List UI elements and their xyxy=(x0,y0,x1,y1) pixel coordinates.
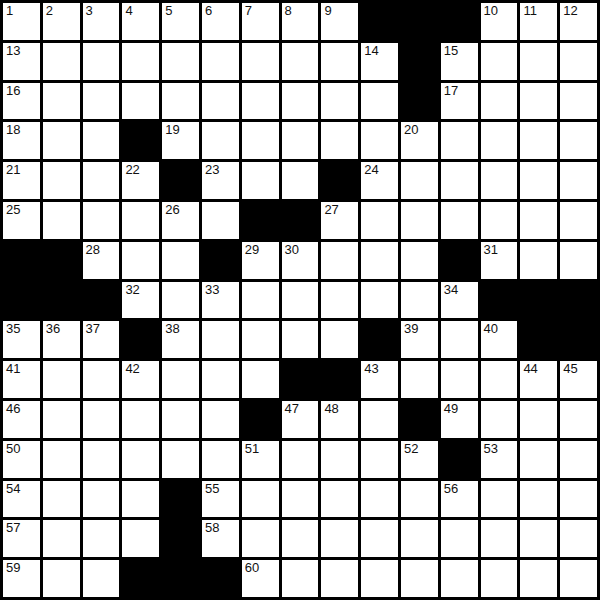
letter-cell-r0c3[interactable]: 4 xyxy=(122,3,159,40)
clue-number: 50 xyxy=(6,441,20,457)
clue-number: 52 xyxy=(404,441,418,457)
letter-cell-r10c1[interactable] xyxy=(43,401,80,438)
letter-cell-r9c14[interactable]: 45 xyxy=(560,361,597,398)
clue-number: 46 xyxy=(6,401,20,417)
clue-number: 7 xyxy=(245,3,252,19)
block-cell-r10c6 xyxy=(242,401,279,438)
clue-number: 15 xyxy=(444,43,458,59)
letter-cell-r9c2[interactable] xyxy=(83,361,120,398)
letter-cell-r13c14[interactable] xyxy=(560,520,597,557)
letter-cell-r1c9[interactable]: 14 xyxy=(361,43,398,80)
letter-cell-r4c11[interactable] xyxy=(441,162,478,199)
clue-number: 33 xyxy=(205,282,219,298)
letter-cell-r14c6[interactable]: 60 xyxy=(242,560,279,597)
clue-number: 20 xyxy=(404,122,418,138)
clue-number: 58 xyxy=(205,520,219,536)
clue-number: 40 xyxy=(484,321,498,337)
clue-number: 47 xyxy=(285,401,299,417)
letter-cell-r3c9[interactable] xyxy=(361,122,398,159)
letter-cell-r2c13[interactable] xyxy=(520,83,557,120)
letter-cell-r11c5[interactable] xyxy=(202,441,239,478)
block-cell-r12c4 xyxy=(162,481,199,518)
clue-number: 24 xyxy=(364,162,378,178)
clue-number: 10 xyxy=(484,3,498,19)
letter-cell-r7c4[interactable] xyxy=(162,282,199,319)
clue-number: 57 xyxy=(6,520,20,536)
block-cell-r13c4 xyxy=(162,520,199,557)
letter-cell-r14c9[interactable] xyxy=(361,560,398,597)
letter-cell-r2c7[interactable] xyxy=(282,83,319,120)
block-cell-r9c7 xyxy=(282,361,319,398)
clue-number: 41 xyxy=(6,361,20,377)
letter-cell-r7c7[interactable] xyxy=(282,282,319,319)
letter-cell-r1c13[interactable] xyxy=(520,43,557,80)
letter-cell-r13c5[interactable]: 58 xyxy=(202,520,239,557)
clue-number: 19 xyxy=(165,122,179,138)
letter-cell-r7c10[interactable] xyxy=(401,282,438,319)
letter-cell-r5c14[interactable] xyxy=(560,202,597,239)
block-cell-r7c14 xyxy=(560,282,597,319)
clue-number: 23 xyxy=(205,162,219,178)
letter-cell-r4c0[interactable]: 21 xyxy=(3,162,40,199)
clue-number: 30 xyxy=(285,242,299,258)
letter-cell-r14c12[interactable] xyxy=(481,560,518,597)
letter-cell-r3c12[interactable] xyxy=(481,122,518,159)
letter-cell-r3c11[interactable] xyxy=(441,122,478,159)
letter-cell-r13c6[interactable] xyxy=(242,520,279,557)
letter-cell-r14c10[interactable] xyxy=(401,560,438,597)
letter-cell-r10c11[interactable]: 49 xyxy=(441,401,478,438)
clue-number: 18 xyxy=(6,122,20,138)
letter-cell-r13c10[interactable] xyxy=(401,520,438,557)
letter-cell-r7c9[interactable] xyxy=(361,282,398,319)
letter-cell-r11c2[interactable] xyxy=(83,441,120,478)
letter-cell-r11c10[interactable]: 52 xyxy=(401,441,438,478)
letter-cell-r1c8[interactable] xyxy=(321,43,358,80)
letter-cell-r6c8[interactable] xyxy=(321,242,358,279)
letter-cell-r4c5[interactable]: 23 xyxy=(202,162,239,199)
letter-cell-r14c7[interactable] xyxy=(282,560,319,597)
block-cell-r8c3 xyxy=(122,321,159,358)
clue-number: 53 xyxy=(484,441,498,457)
letter-cell-r11c12[interactable]: 53 xyxy=(481,441,518,478)
letter-cell-r7c6[interactable] xyxy=(242,282,279,319)
block-cell-r7c13 xyxy=(520,282,557,319)
letter-cell-r0c13[interactable]: 11 xyxy=(520,3,557,40)
letter-cell-r10c13[interactable] xyxy=(520,401,557,438)
letter-cell-r10c3[interactable] xyxy=(122,401,159,438)
clue-number: 16 xyxy=(6,83,20,99)
letter-cell-r14c8[interactable] xyxy=(321,560,358,597)
letter-cell-r4c10[interactable] xyxy=(401,162,438,199)
letter-cell-r11c14[interactable] xyxy=(560,441,597,478)
letter-cell-r0c0[interactable]: 1 xyxy=(3,3,40,40)
block-cell-r10c10 xyxy=(401,401,438,438)
letter-cell-r2c9[interactable] xyxy=(361,83,398,120)
letter-cell-r13c1[interactable] xyxy=(43,520,80,557)
letter-cell-r8c0[interactable]: 35 xyxy=(3,321,40,358)
letter-cell-r6c2[interactable]: 28 xyxy=(83,242,120,279)
letter-cell-r12c12[interactable] xyxy=(481,481,518,518)
letter-cell-r4c2[interactable] xyxy=(83,162,120,199)
clue-number: 11 xyxy=(523,3,537,19)
letter-cell-r0c12[interactable]: 10 xyxy=(481,3,518,40)
letter-cell-r1c2[interactable] xyxy=(83,43,120,80)
letter-cell-r2c14[interactable] xyxy=(560,83,597,120)
letter-cell-r12c6[interactable] xyxy=(242,481,279,518)
letter-cell-r4c6[interactable] xyxy=(242,162,279,199)
letter-cell-r10c0[interactable]: 46 xyxy=(3,401,40,438)
letter-cell-r10c9[interactable] xyxy=(361,401,398,438)
letter-cell-r12c3[interactable] xyxy=(122,481,159,518)
letter-cell-r11c6[interactable]: 51 xyxy=(242,441,279,478)
letter-cell-r6c7[interactable]: 30 xyxy=(282,242,319,279)
letter-cell-r6c12[interactable]: 31 xyxy=(481,242,518,279)
letter-cell-r5c10[interactable] xyxy=(401,202,438,239)
block-cell-r8c9 xyxy=(361,321,398,358)
letter-cell-r8c4[interactable]: 38 xyxy=(162,321,199,358)
letter-cell-r9c11[interactable] xyxy=(441,361,478,398)
clue-number: 32 xyxy=(125,282,139,298)
letter-cell-r2c3[interactable] xyxy=(122,83,159,120)
letter-cell-r8c1[interactable]: 36 xyxy=(43,321,80,358)
clue-number: 38 xyxy=(165,321,179,337)
block-cell-r7c2 xyxy=(83,282,120,319)
block-cell-r5c7 xyxy=(282,202,319,239)
letter-cell-r14c2[interactable] xyxy=(83,560,120,597)
clue-number: 36 xyxy=(46,321,60,337)
block-cell-r7c12 xyxy=(481,282,518,319)
letter-cell-r3c5[interactable] xyxy=(202,122,239,159)
clue-number: 34 xyxy=(444,282,458,298)
letter-cell-r3c6[interactable] xyxy=(242,122,279,159)
letter-cell-r6c10[interactable] xyxy=(401,242,438,279)
clue-number: 27 xyxy=(324,202,338,218)
letter-cell-r2c6[interactable] xyxy=(242,83,279,120)
letter-cell-r9c10[interactable] xyxy=(401,361,438,398)
block-cell-r4c4 xyxy=(162,162,199,199)
letter-cell-r12c8[interactable] xyxy=(321,481,358,518)
letter-cell-r6c13[interactable] xyxy=(520,242,557,279)
clue-number: 5 xyxy=(165,3,172,19)
letter-cell-r3c14[interactable] xyxy=(560,122,597,159)
letter-cell-r14c13[interactable] xyxy=(520,560,557,597)
clue-number: 28 xyxy=(86,242,100,258)
block-cell-r0c10 xyxy=(401,3,438,40)
block-cell-r4c8 xyxy=(321,162,358,199)
letter-cell-r7c8[interactable] xyxy=(321,282,358,319)
letter-cell-r6c3[interactable] xyxy=(122,242,159,279)
letter-cell-r5c11[interactable] xyxy=(441,202,478,239)
letter-cell-r2c4[interactable] xyxy=(162,83,199,120)
block-cell-r7c0 xyxy=(3,282,40,319)
letter-cell-r4c14[interactable] xyxy=(560,162,597,199)
letter-cell-r8c2[interactable]: 37 xyxy=(83,321,120,358)
letter-cell-r1c12[interactable] xyxy=(481,43,518,80)
clue-number: 48 xyxy=(324,401,338,417)
letter-cell-r8c6[interactable] xyxy=(242,321,279,358)
letter-cell-r10c8[interactable]: 48 xyxy=(321,401,358,438)
letter-cell-r12c7[interactable] xyxy=(282,481,319,518)
clue-number: 3 xyxy=(86,3,93,19)
letter-cell-r0c1[interactable]: 2 xyxy=(43,3,80,40)
block-cell-r9c8 xyxy=(321,361,358,398)
letter-cell-r11c1[interactable] xyxy=(43,441,80,478)
letter-cell-r2c5[interactable] xyxy=(202,83,239,120)
clue-number: 35 xyxy=(6,321,20,337)
letter-cell-r13c0[interactable]: 57 xyxy=(3,520,40,557)
letter-cell-r9c12[interactable] xyxy=(481,361,518,398)
block-cell-r6c11 xyxy=(441,242,478,279)
letter-cell-r9c4[interactable] xyxy=(162,361,199,398)
letter-cell-r8c7[interactable] xyxy=(282,321,319,358)
clue-number: 22 xyxy=(125,162,139,178)
letter-cell-r3c8[interactable] xyxy=(321,122,358,159)
letter-cell-r10c12[interactable] xyxy=(481,401,518,438)
letter-cell-r9c1[interactable] xyxy=(43,361,80,398)
letter-cell-r1c6[interactable] xyxy=(242,43,279,80)
letter-cell-r6c14[interactable] xyxy=(560,242,597,279)
letter-cell-r11c0[interactable]: 50 xyxy=(3,441,40,478)
letter-cell-r1c14[interactable] xyxy=(560,43,597,80)
letter-cell-r7c3[interactable]: 32 xyxy=(122,282,159,319)
letter-cell-r11c9[interactable] xyxy=(361,441,398,478)
block-cell-r14c4 xyxy=(162,560,199,597)
letter-cell-r1c4[interactable] xyxy=(162,43,199,80)
letter-cell-r5c4[interactable]: 26 xyxy=(162,202,199,239)
letter-cell-r11c7[interactable] xyxy=(282,441,319,478)
block-cell-r7c1 xyxy=(43,282,80,319)
clue-number: 4 xyxy=(125,3,132,19)
clue-number: 1 xyxy=(6,3,13,19)
clue-number: 8 xyxy=(285,3,292,19)
letter-cell-r8c11[interactable] xyxy=(441,321,478,358)
letter-cell-r11c13[interactable] xyxy=(520,441,557,478)
clue-number: 6 xyxy=(205,3,212,19)
letter-cell-r5c3[interactable] xyxy=(122,202,159,239)
letter-cell-r9c13[interactable]: 44 xyxy=(520,361,557,398)
letter-cell-r12c10[interactable] xyxy=(401,481,438,518)
letter-cell-r13c3[interactable] xyxy=(122,520,159,557)
letter-cell-r0c7[interactable]: 8 xyxy=(282,3,319,40)
block-cell-r14c5 xyxy=(202,560,239,597)
letter-cell-r9c0[interactable]: 41 xyxy=(3,361,40,398)
letter-cell-r14c11[interactable] xyxy=(441,560,478,597)
clue-number: 55 xyxy=(205,481,219,497)
clue-number: 49 xyxy=(444,401,458,417)
block-cell-r0c9 xyxy=(361,3,398,40)
letter-cell-r12c2[interactable] xyxy=(83,481,120,518)
clue-number: 14 xyxy=(364,43,378,59)
letter-cell-r10c2[interactable] xyxy=(83,401,120,438)
clue-number: 13 xyxy=(6,43,20,59)
clue-number: 44 xyxy=(523,361,537,377)
letter-cell-r12c0[interactable]: 54 xyxy=(3,481,40,518)
letter-cell-r6c4[interactable] xyxy=(162,242,199,279)
letter-cell-r10c4[interactable] xyxy=(162,401,199,438)
letter-cell-r5c1[interactable] xyxy=(43,202,80,239)
letter-cell-r1c3[interactable] xyxy=(122,43,159,80)
letter-cell-r2c0[interactable]: 16 xyxy=(3,83,40,120)
clue-number: 42 xyxy=(125,361,139,377)
letter-cell-r12c13[interactable] xyxy=(520,481,557,518)
letter-cell-r13c13[interactable] xyxy=(520,520,557,557)
letter-cell-r5c13[interactable] xyxy=(520,202,557,239)
clue-number: 31 xyxy=(484,242,498,258)
clue-number: 59 xyxy=(6,560,20,576)
letter-cell-r12c9[interactable] xyxy=(361,481,398,518)
letter-cell-r14c14[interactable] xyxy=(560,560,597,597)
letter-cell-r4c7[interactable] xyxy=(282,162,319,199)
letter-cell-r3c7[interactable] xyxy=(282,122,319,159)
letter-cell-r7c5[interactable]: 33 xyxy=(202,282,239,319)
letter-cell-r4c13[interactable] xyxy=(520,162,557,199)
clue-number: 45 xyxy=(563,361,577,377)
letter-cell-r8c5[interactable] xyxy=(202,321,239,358)
letter-cell-r7c11[interactable]: 34 xyxy=(441,282,478,319)
letter-cell-r12c5[interactable]: 55 xyxy=(202,481,239,518)
letter-cell-r6c6[interactable]: 29 xyxy=(242,242,279,279)
letter-cell-r12c14[interactable] xyxy=(560,481,597,518)
letter-cell-r3c0[interactable]: 18 xyxy=(3,122,40,159)
letter-cell-r4c12[interactable] xyxy=(481,162,518,199)
clue-number: 25 xyxy=(6,202,20,218)
letter-cell-r3c13[interactable] xyxy=(520,122,557,159)
letter-cell-r9c6[interactable] xyxy=(242,361,279,398)
letter-cell-r4c1[interactable] xyxy=(43,162,80,199)
letter-cell-r13c11[interactable] xyxy=(441,520,478,557)
letter-cell-r6c9[interactable] xyxy=(361,242,398,279)
block-cell-r2c10 xyxy=(401,83,438,120)
block-cell-r3c3 xyxy=(122,122,159,159)
block-cell-r14c3 xyxy=(122,560,159,597)
letter-cell-r0c2[interactable]: 3 xyxy=(83,3,120,40)
letter-cell-r1c11[interactable]: 15 xyxy=(441,43,478,80)
letter-cell-r12c1[interactable] xyxy=(43,481,80,518)
letter-cell-r13c8[interactable] xyxy=(321,520,358,557)
clue-number: 43 xyxy=(364,361,378,377)
letter-cell-r1c5[interactable] xyxy=(202,43,239,80)
letter-cell-r13c12[interactable] xyxy=(481,520,518,557)
letter-cell-r1c0[interactable]: 13 xyxy=(3,43,40,80)
clue-number: 56 xyxy=(444,481,458,497)
letter-cell-r3c2[interactable] xyxy=(83,122,120,159)
block-cell-r6c5 xyxy=(202,242,239,279)
block-cell-r8c14 xyxy=(560,321,597,358)
letter-cell-r10c14[interactable] xyxy=(560,401,597,438)
letter-cell-r10c5[interactable] xyxy=(202,401,239,438)
block-cell-r6c0 xyxy=(3,242,40,279)
letter-cell-r0c6[interactable]: 7 xyxy=(242,3,279,40)
letter-cell-r9c3[interactable]: 42 xyxy=(122,361,159,398)
letter-cell-r2c12[interactable] xyxy=(481,83,518,120)
clue-number: 17 xyxy=(444,83,458,99)
clue-number: 39 xyxy=(404,321,418,337)
letter-cell-r13c2[interactable] xyxy=(83,520,120,557)
letter-cell-r5c8[interactable]: 27 xyxy=(321,202,358,239)
letter-cell-r0c8[interactable]: 9 xyxy=(321,3,358,40)
letter-cell-r8c12[interactable]: 40 xyxy=(481,321,518,358)
letter-cell-r0c4[interactable]: 5 xyxy=(162,3,199,40)
letter-cell-r0c14[interactable]: 12 xyxy=(560,3,597,40)
clue-number: 26 xyxy=(165,202,179,218)
block-cell-r5c6 xyxy=(242,202,279,239)
letter-cell-r1c1[interactable] xyxy=(43,43,80,80)
letter-cell-r12c11[interactable]: 56 xyxy=(441,481,478,518)
letter-cell-r11c3[interactable] xyxy=(122,441,159,478)
letter-cell-r5c9[interactable] xyxy=(361,202,398,239)
letter-cell-r3c1[interactable] xyxy=(43,122,80,159)
letter-cell-r4c3[interactable]: 22 xyxy=(122,162,159,199)
clue-number: 12 xyxy=(563,3,577,19)
letter-cell-r2c8[interactable] xyxy=(321,83,358,120)
clue-number: 54 xyxy=(6,481,20,497)
letter-cell-r5c5[interactable] xyxy=(202,202,239,239)
block-cell-r1c10 xyxy=(401,43,438,80)
clue-number: 21 xyxy=(6,162,20,178)
clue-number: 2 xyxy=(46,3,53,19)
letter-cell-r3c10[interactable]: 20 xyxy=(401,122,438,159)
clue-number: 29 xyxy=(245,242,259,258)
letter-cell-r14c0[interactable]: 59 xyxy=(3,560,40,597)
letter-cell-r13c9[interactable] xyxy=(361,520,398,557)
letter-cell-r10c7[interactable]: 47 xyxy=(282,401,319,438)
crossword-board: 1234567891011121314151617181920212223242… xyxy=(0,0,600,600)
letter-cell-r14c1[interactable] xyxy=(43,560,80,597)
letter-cell-r2c11[interactable]: 17 xyxy=(441,83,478,120)
clue-number: 9 xyxy=(324,3,331,19)
letter-cell-r11c4[interactable] xyxy=(162,441,199,478)
block-cell-r11c11 xyxy=(441,441,478,478)
letter-cell-r5c0[interactable]: 25 xyxy=(3,202,40,239)
letter-cell-r5c2[interactable] xyxy=(83,202,120,239)
letter-cell-r9c5[interactable] xyxy=(202,361,239,398)
letter-cell-r11c8[interactable] xyxy=(321,441,358,478)
letter-cell-r2c1[interactable] xyxy=(43,83,80,120)
letter-cell-r3c4[interactable]: 19 xyxy=(162,122,199,159)
letter-cell-r9c9[interactable]: 43 xyxy=(361,361,398,398)
letter-cell-r8c10[interactable]: 39 xyxy=(401,321,438,358)
letter-cell-r0c5[interactable]: 6 xyxy=(202,3,239,40)
block-cell-r6c1 xyxy=(43,242,80,279)
clue-number: 60 xyxy=(245,560,259,576)
letter-cell-r1c7[interactable] xyxy=(282,43,319,80)
clue-number: 37 xyxy=(86,321,100,337)
letter-cell-r13c7[interactable] xyxy=(282,520,319,557)
clue-number: 51 xyxy=(245,441,259,457)
block-cell-r8c13 xyxy=(520,321,557,358)
letter-cell-r4c9[interactable]: 24 xyxy=(361,162,398,199)
letter-cell-r5c12[interactable] xyxy=(481,202,518,239)
letter-cell-r8c8[interactable] xyxy=(321,321,358,358)
block-cell-r0c11 xyxy=(441,3,478,40)
letter-cell-r2c2[interactable] xyxy=(83,83,120,120)
